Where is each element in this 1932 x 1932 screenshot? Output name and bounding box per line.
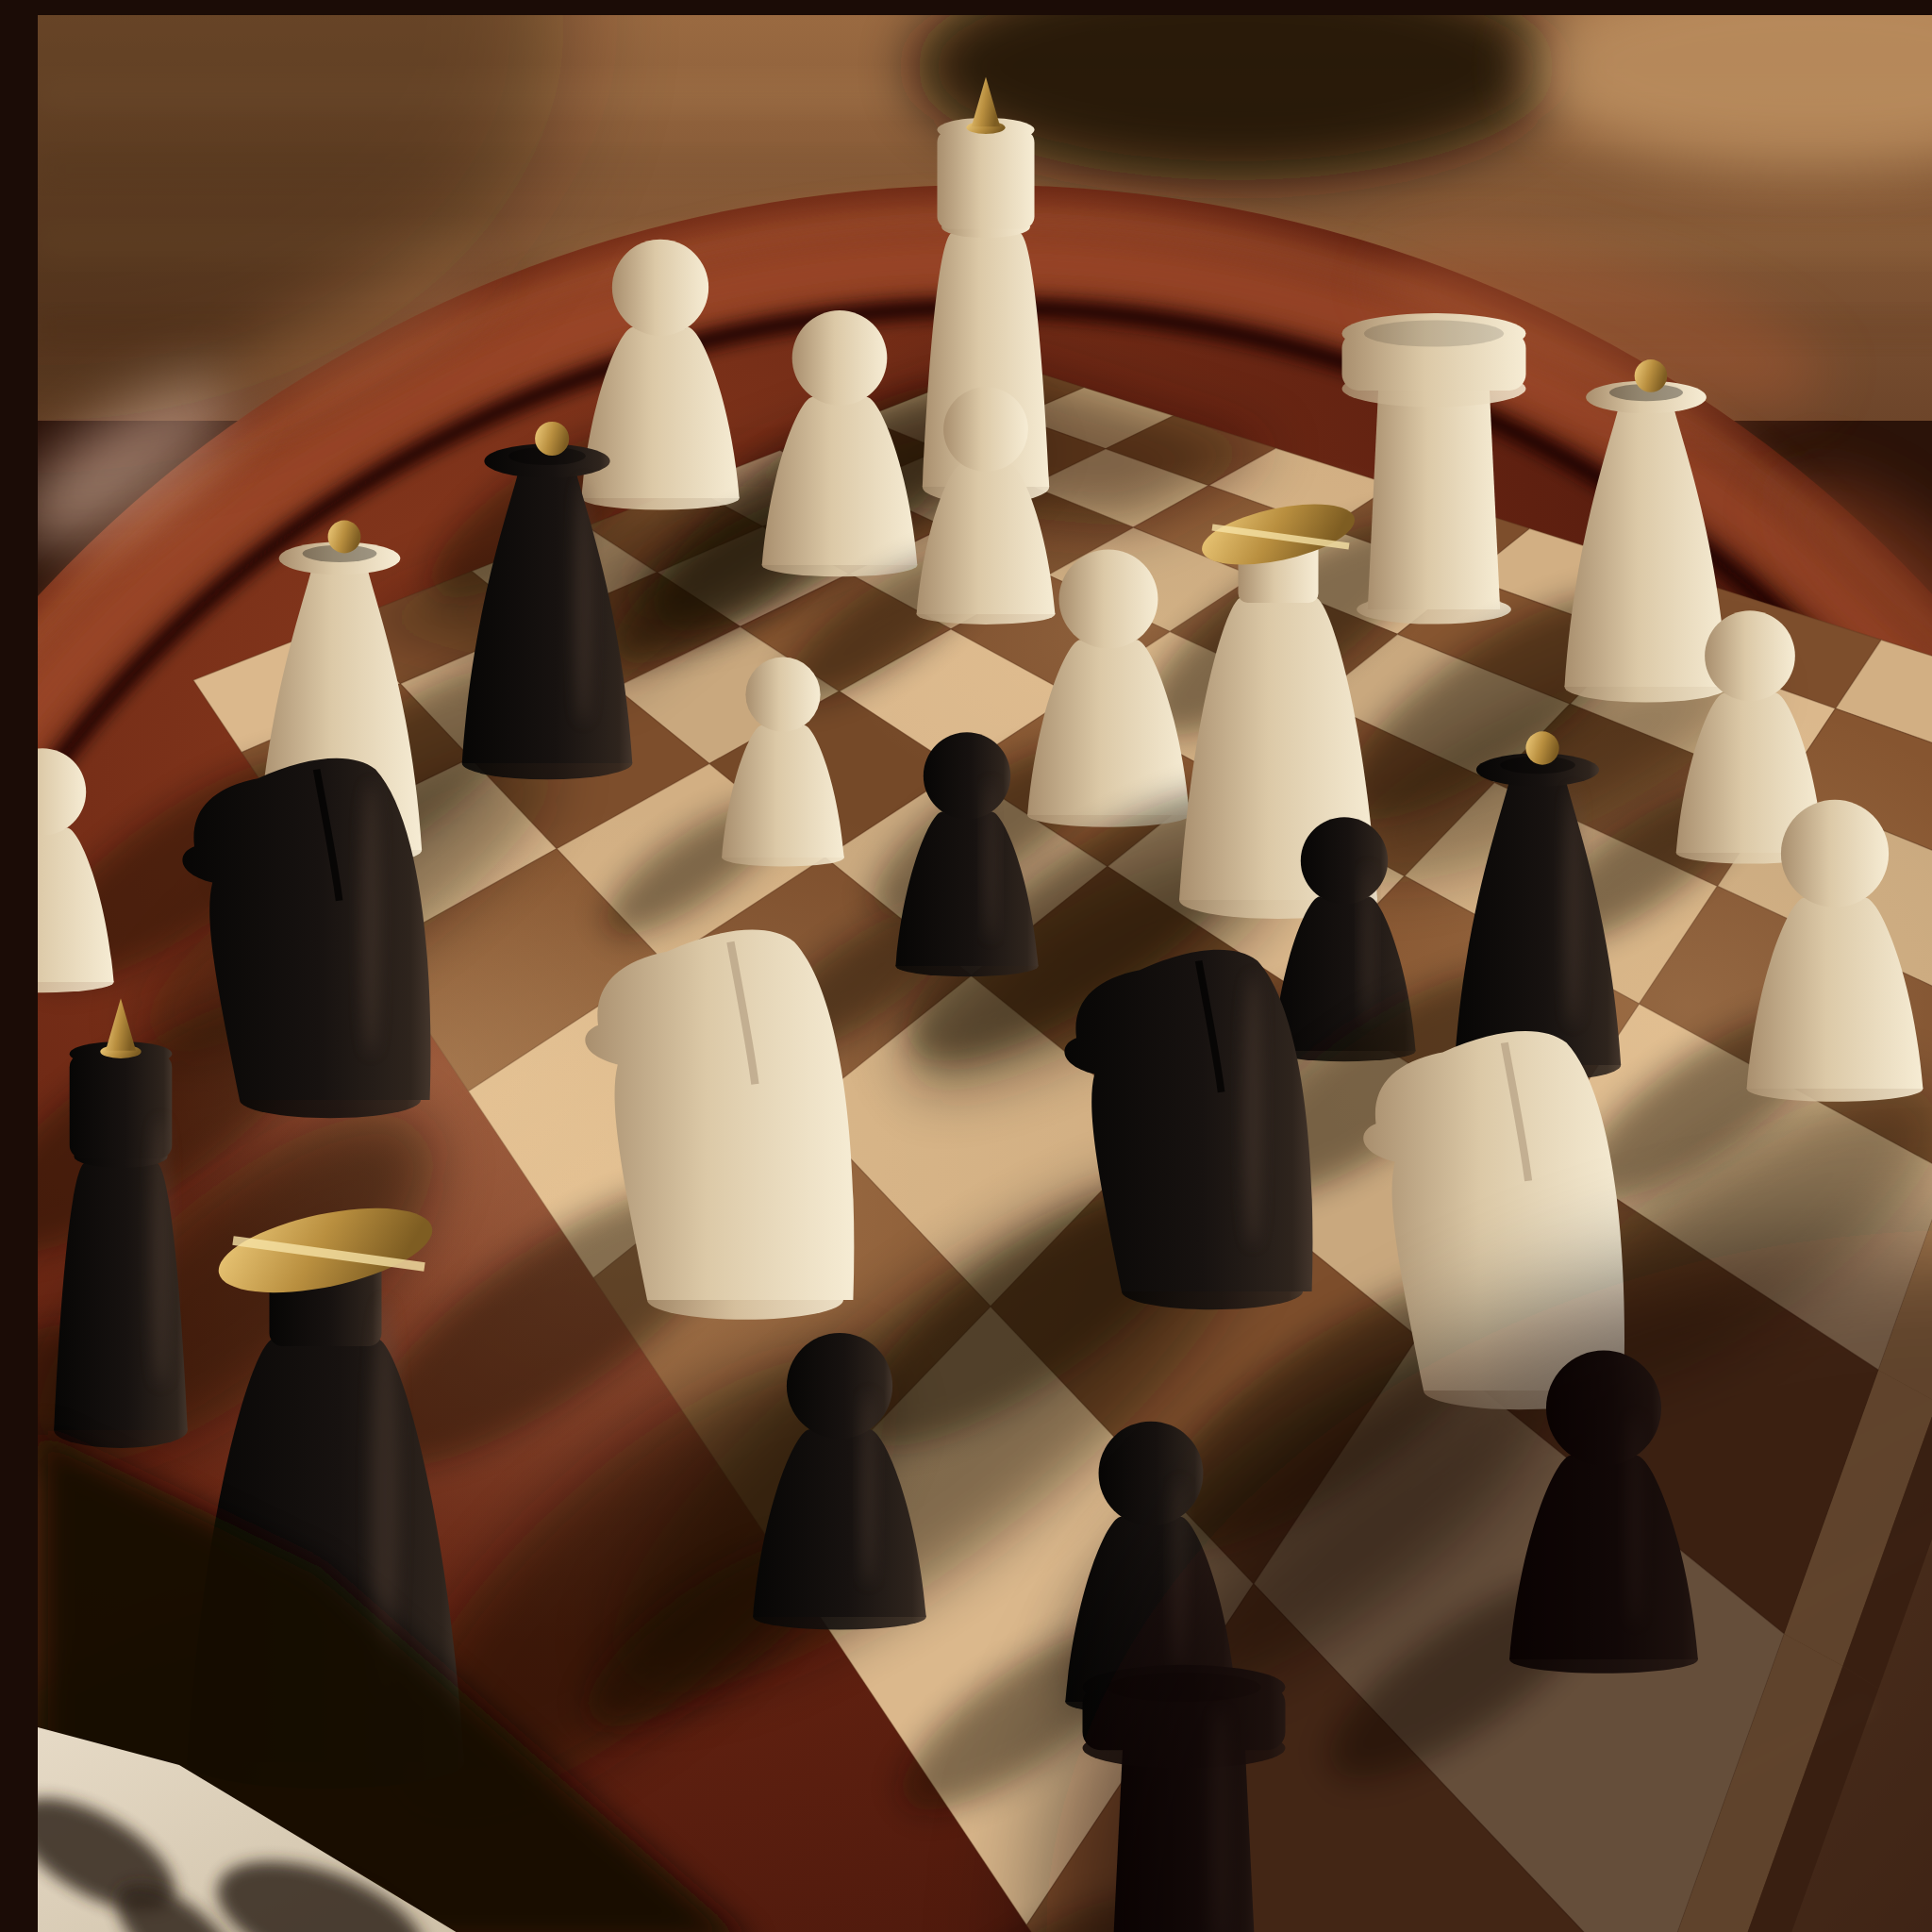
chess-photo: white king ♔ (b7)white pawn ♙ (a4)white … [38, 15, 1932, 1932]
chess-photo-svg: white king ♔ (b7)white pawn ♙ (a4)white … [38, 15, 1932, 1932]
